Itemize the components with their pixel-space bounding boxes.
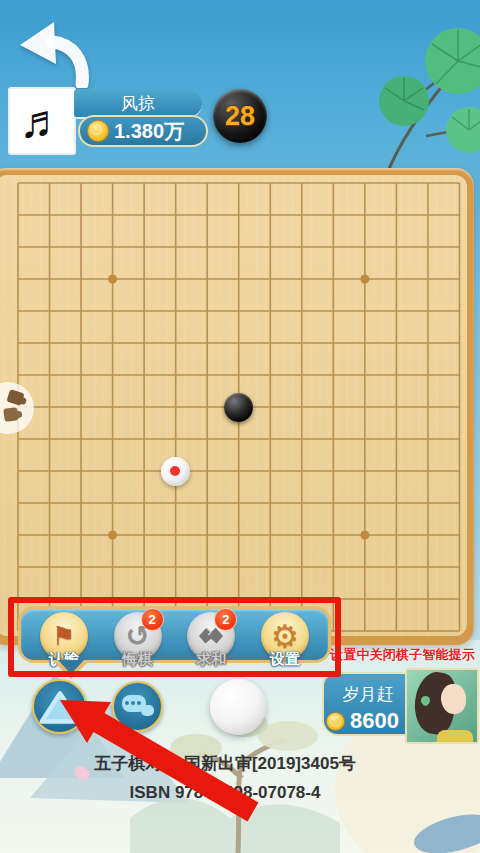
cell-12-12[interactable] — [380, 551, 412, 583]
cell-6-1[interactable] — [34, 359, 66, 391]
cell-11-5[interactable] — [160, 519, 192, 551]
cell-6-7[interactable] — [223, 359, 255, 391]
cell-0-6[interactable] — [191, 167, 223, 199]
cell-10-10[interactable] — [317, 487, 349, 519]
cell-12-5[interactable] — [160, 551, 192, 583]
cell-4-4[interactable] — [128, 295, 160, 327]
cell-12-3[interactable] — [97, 551, 129, 583]
cell-1-12[interactable] — [380, 199, 412, 231]
cell-7-1[interactable] — [34, 391, 66, 423]
cell-5-7[interactable] — [223, 327, 255, 359]
cell-1-10[interactable] — [317, 199, 349, 231]
cell-8-7[interactable] — [223, 423, 255, 455]
cell-7-5[interactable] — [160, 391, 192, 423]
cell-9-6[interactable] — [191, 455, 223, 487]
cell-12-6[interactable] — [191, 551, 223, 583]
cell-6-6[interactable] — [191, 359, 223, 391]
puzzle-icon — [6, 389, 24, 406]
game-screen: ♬ 风掠 1.380万 28 ⚑ 认输 ↺ 2 悔棋 — [0, 0, 480, 853]
cell-9-13[interactable] — [412, 455, 444, 487]
cell-3-7[interactable] — [223, 263, 255, 295]
triangle-expand-button[interactable] — [32, 679, 87, 734]
cell-10-13[interactable] — [412, 487, 444, 519]
cell-0-9[interactable] — [286, 167, 318, 199]
cell-7-8[interactable] — [254, 391, 286, 423]
cell-1-11[interactable] — [349, 199, 381, 231]
cell-6-12[interactable] — [380, 359, 412, 391]
cell-10-0[interactable] — [2, 487, 34, 519]
cell-11-13[interactable] — [412, 519, 444, 551]
cell-9-1[interactable] — [34, 455, 66, 487]
cell-2-5[interactable] — [160, 231, 192, 263]
cell-4-12[interactable] — [380, 295, 412, 327]
cell-1-13[interactable] — [412, 199, 444, 231]
cell-6-8[interactable] — [254, 359, 286, 391]
cell-9-4[interactable] — [128, 455, 160, 487]
cell-2-14[interactable] — [443, 231, 475, 263]
cell-12-13[interactable] — [412, 551, 444, 583]
cell-10-6[interactable] — [191, 487, 223, 519]
cell-1-5[interactable] — [160, 199, 192, 231]
cell-5-13[interactable] — [412, 327, 444, 359]
cell-4-14[interactable] — [443, 295, 475, 327]
cell-1-9[interactable] — [286, 199, 318, 231]
cell-9-9[interactable] — [286, 455, 318, 487]
cell-12-4[interactable] — [128, 551, 160, 583]
cell-11-14[interactable] — [443, 519, 475, 551]
cell-4-0[interactable] — [2, 295, 34, 327]
cell-4-6[interactable] — [191, 295, 223, 327]
cell-9-2[interactable] — [65, 455, 97, 487]
cell-7-7[interactable] — [223, 391, 255, 423]
cell-3-10[interactable] — [317, 263, 349, 295]
cell-10-12[interactable] — [380, 487, 412, 519]
cell-5-11[interactable] — [349, 327, 381, 359]
cell-10-4[interactable] — [128, 487, 160, 519]
annotation-highlight-rect — [8, 597, 341, 677]
cell-14-14[interactable] — [443, 615, 475, 647]
cell-3-1[interactable] — [34, 263, 66, 295]
music-note-icon: ♬ — [19, 94, 65, 148]
cell-7-3[interactable] — [97, 391, 129, 423]
cell-2-2[interactable] — [65, 231, 97, 263]
cell-4-5[interactable] — [160, 295, 192, 327]
cell-2-4[interactable] — [128, 231, 160, 263]
cell-14-11[interactable] — [349, 615, 381, 647]
white-stone — [161, 457, 190, 486]
cell-2-11[interactable] — [349, 231, 381, 263]
cell-0-14[interactable] — [443, 167, 475, 199]
cell-2-9[interactable] — [286, 231, 318, 263]
cell-3-8[interactable] — [254, 263, 286, 295]
cell-8-14[interactable] — [443, 423, 475, 455]
cell-6-9[interactable] — [286, 359, 318, 391]
cell-11-1[interactable] — [34, 519, 66, 551]
cell-4-8[interactable] — [254, 295, 286, 327]
cell-8-6[interactable] — [191, 423, 223, 455]
cell-5-0[interactable] — [2, 327, 34, 359]
cell-3-9[interactable] — [286, 263, 318, 295]
cell-4-13[interactable] — [412, 295, 444, 327]
cell-2-7[interactable] — [223, 231, 255, 263]
cell-7-13[interactable] — [412, 391, 444, 423]
cell-4-11[interactable] — [349, 295, 381, 327]
cell-9-8[interactable] — [254, 455, 286, 487]
cell-3-0[interactable] — [2, 263, 34, 295]
cell-5-4[interactable] — [128, 327, 160, 359]
cell-3-4[interactable] — [128, 263, 160, 295]
cell-7-4[interactable] — [128, 391, 160, 423]
cell-2-1[interactable] — [34, 231, 66, 263]
cell-12-14[interactable] — [443, 551, 475, 583]
cell-3-12[interactable] — [380, 263, 412, 295]
coin-icon — [87, 120, 109, 142]
cell-0-0[interactable] — [2, 167, 34, 199]
cell-0-8[interactable] — [254, 167, 286, 199]
player-bottom-name: 岁月赶 — [328, 683, 408, 706]
cell-14-13[interactable] — [412, 615, 444, 647]
cell-3-2[interactable] — [65, 263, 97, 295]
cell-1-7[interactable] — [223, 199, 255, 231]
cell-13-11[interactable] — [349, 583, 381, 615]
cell-8-10[interactable] — [317, 423, 349, 455]
player-top-avatar[interactable]: ♬ — [8, 87, 76, 155]
last-move-marker — [170, 466, 180, 476]
cell-8-9[interactable] — [286, 423, 318, 455]
cell-3-11[interactable] — [349, 263, 381, 295]
cell-2-10[interactable] — [317, 231, 349, 263]
cell-11-8[interactable] — [254, 519, 286, 551]
cell-0-10[interactable] — [317, 167, 349, 199]
cell-5-5[interactable] — [160, 327, 192, 359]
cell-8-11[interactable] — [349, 423, 381, 455]
cell-0-5[interactable] — [160, 167, 192, 199]
cell-9-11[interactable] — [349, 455, 381, 487]
black-stone — [224, 393, 253, 422]
cell-12-11[interactable] — [349, 551, 381, 583]
player-top-banner: ♬ 风掠 1.380万 — [8, 87, 218, 153]
cell-3-13[interactable] — [412, 263, 444, 295]
cell-12-7[interactable] — [223, 551, 255, 583]
cell-0-3[interactable] — [97, 167, 129, 199]
footer-line1: 五子棋对战 国新出审[2019]3405号 — [0, 752, 465, 775]
cell-10-11[interactable] — [349, 487, 381, 519]
cell-4-2[interactable] — [65, 295, 97, 327]
cell-3-14[interactable] — [443, 263, 475, 295]
cell-5-14[interactable] — [443, 327, 475, 359]
cell-1-2[interactable] — [65, 199, 97, 231]
cell-7-9[interactable] — [286, 391, 318, 423]
cell-9-7[interactable] — [223, 455, 255, 487]
cell-0-2[interactable] — [65, 167, 97, 199]
cell-0-12[interactable] — [380, 167, 412, 199]
cell-12-1[interactable] — [34, 551, 66, 583]
cell-11-11[interactable] — [349, 519, 381, 551]
cell-3-3[interactable] — [97, 263, 129, 295]
cell-10-5[interactable] — [160, 487, 192, 519]
cell-10-3[interactable] — [97, 487, 129, 519]
cell-5-3[interactable] — [97, 327, 129, 359]
cell-9-0[interactable] — [2, 455, 34, 487]
cell-2-0[interactable] — [2, 231, 34, 263]
cell-8-8[interactable] — [254, 423, 286, 455]
cell-8-13[interactable] — [412, 423, 444, 455]
cell-12-2[interactable] — [65, 551, 97, 583]
cell-8-2[interactable] — [65, 423, 97, 455]
cell-10-2[interactable] — [65, 487, 97, 519]
cell-13-13[interactable] — [412, 583, 444, 615]
cell-4-3[interactable] — [97, 295, 129, 327]
cell-7-10[interactable] — [317, 391, 349, 423]
annotation-hint-text: 设置中关闭棋子智能提示 — [330, 646, 480, 664]
cell-11-7[interactable] — [223, 519, 255, 551]
cell-1-3[interactable] — [97, 199, 129, 231]
cell-13-12[interactable] — [380, 583, 412, 615]
cell-1-0[interactable] — [2, 199, 34, 231]
player-bottom-panel: 岁月赶 8600 — [322, 672, 410, 736]
player-top-coins: 1.380万 — [78, 115, 208, 147]
cell-0-11[interactable] — [349, 167, 381, 199]
cell-4-9[interactable] — [286, 295, 318, 327]
board-grid — [2, 167, 475, 647]
cell-9-5[interactable] — [160, 455, 192, 487]
cell-11-4[interactable] — [128, 519, 160, 551]
cell-11-10[interactable] — [317, 519, 349, 551]
back-button[interactable] — [10, 12, 94, 88]
cell-8-12[interactable] — [380, 423, 412, 455]
cell-8-3[interactable] — [97, 423, 129, 455]
cell-14-12[interactable] — [380, 615, 412, 647]
chat-button[interactable] — [112, 681, 163, 732]
cell-4-7[interactable] — [223, 295, 255, 327]
cell-5-12[interactable] — [380, 327, 412, 359]
cell-5-9[interactable] — [286, 327, 318, 359]
cell-11-2[interactable] — [65, 519, 97, 551]
cell-10-8[interactable] — [254, 487, 286, 519]
cell-1-6[interactable] — [191, 199, 223, 231]
cell-6-3[interactable] — [97, 359, 129, 391]
footer-line2: ISBN 978-7-498-07078-4 — [0, 783, 465, 803]
cell-6-14[interactable] — [443, 359, 475, 391]
cell-6-4[interactable] — [128, 359, 160, 391]
cell-5-10[interactable] — [317, 327, 349, 359]
cell-8-1[interactable] — [34, 423, 66, 455]
cell-0-4[interactable] — [128, 167, 160, 199]
cell-11-3[interactable] — [97, 519, 129, 551]
cell-7-2[interactable] — [65, 391, 97, 423]
cell-12-10[interactable] — [317, 551, 349, 583]
cell-0-13[interactable] — [412, 167, 444, 199]
coin-icon — [326, 712, 345, 731]
cell-6-5[interactable] — [160, 359, 192, 391]
cell-4-10[interactable] — [317, 295, 349, 327]
cell-2-12[interactable] — [380, 231, 412, 263]
cell-7-11[interactable] — [349, 391, 381, 423]
cell-5-6[interactable] — [191, 327, 223, 359]
cell-11-0[interactable] — [2, 519, 34, 551]
cell-0-7[interactable] — [223, 167, 255, 199]
cell-7-6[interactable] — [191, 391, 223, 423]
cell-7-14[interactable] — [443, 391, 475, 423]
player-bottom-avatar[interactable] — [405, 668, 479, 744]
cell-9-10[interactable] — [317, 455, 349, 487]
cell-3-5[interactable] — [160, 263, 192, 295]
turn-timer-black-stone: 28 — [213, 89, 267, 143]
cell-1-1[interactable] — [34, 199, 66, 231]
cell-11-9[interactable] — [286, 519, 318, 551]
cell-2-6[interactable] — [191, 231, 223, 263]
cell-6-2[interactable] — [65, 359, 97, 391]
cell-8-4[interactable] — [128, 423, 160, 455]
cell-2-3[interactable] — [97, 231, 129, 263]
footer-license: 五子棋对战 国新出审[2019]3405号 ISBN 978-7-498-070… — [0, 752, 465, 803]
cell-1-4[interactable] — [128, 199, 160, 231]
cell-5-2[interactable] — [65, 327, 97, 359]
timer-value: 28 — [225, 101, 255, 132]
cell-10-7[interactable] — [223, 487, 255, 519]
cell-6-13[interactable] — [412, 359, 444, 391]
cell-2-8[interactable] — [254, 231, 286, 263]
cell-9-14[interactable] — [443, 455, 475, 487]
triangle-icon — [38, 687, 82, 727]
cell-7-12[interactable] — [380, 391, 412, 423]
cell-1-8[interactable] — [254, 199, 286, 231]
cell-1-14[interactable] — [443, 199, 475, 231]
cell-12-0[interactable] — [2, 551, 34, 583]
cell-9-12[interactable] — [380, 455, 412, 487]
cell-12-9[interactable] — [286, 551, 318, 583]
player-bottom-coins: 8600 — [326, 708, 399, 734]
cell-11-6[interactable] — [191, 519, 223, 551]
cell-5-1[interactable] — [34, 327, 66, 359]
cell-11-12[interactable] — [380, 519, 412, 551]
cell-12-8[interactable] — [254, 551, 286, 583]
cell-3-6[interactable] — [191, 263, 223, 295]
player-bottom-banner: 岁月赶 8600 — [322, 668, 480, 742]
cell-13-14[interactable] — [443, 583, 475, 615]
cell-0-1[interactable] — [34, 167, 66, 199]
cell-6-11[interactable] — [349, 359, 381, 391]
cell-10-1[interactable] — [34, 487, 66, 519]
cell-8-5[interactable] — [160, 423, 192, 455]
cell-5-8[interactable] — [254, 327, 286, 359]
cell-2-13[interactable] — [412, 231, 444, 263]
cell-10-14[interactable] — [443, 487, 475, 519]
cell-10-9[interactable] — [286, 487, 318, 519]
cell-6-10[interactable] — [317, 359, 349, 391]
lotus-leaves-decoration — [366, 6, 480, 181]
cell-4-1[interactable] — [34, 295, 66, 327]
cell-9-3[interactable] — [97, 455, 129, 487]
white-turn-stone — [210, 679, 266, 735]
